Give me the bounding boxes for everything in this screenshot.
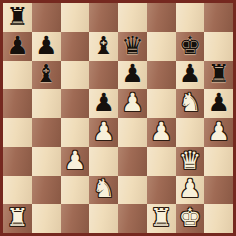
square-d2[interactable]: ♞ bbox=[89, 176, 118, 205]
square-e3[interactable] bbox=[118, 147, 147, 176]
square-c6[interactable] bbox=[61, 61, 90, 90]
square-b8[interactable] bbox=[32, 3, 61, 32]
white-queen[interactable]: ♛ bbox=[179, 148, 201, 173]
black-pawn[interactable]: ♟ bbox=[35, 33, 57, 58]
black-pawn[interactable]: ♟ bbox=[207, 90, 229, 115]
black-bishop[interactable]: ♝ bbox=[92, 33, 114, 58]
square-c3[interactable]: ♟ bbox=[61, 147, 90, 176]
black-bishop[interactable]: ♝ bbox=[35, 61, 57, 86]
chess-board: ♜♟♟♝♛♚♝♟♟♜♟♟♞♟♟♟♟♟♛♞♟♜♜♚ bbox=[3, 3, 233, 233]
square-e6[interactable]: ♟ bbox=[118, 61, 147, 90]
square-e4[interactable] bbox=[118, 118, 147, 147]
square-c7[interactable] bbox=[61, 32, 90, 61]
square-d5[interactable]: ♟ bbox=[89, 89, 118, 118]
square-c1[interactable] bbox=[61, 204, 90, 233]
square-b4[interactable] bbox=[32, 118, 61, 147]
black-pawn[interactable]: ♟ bbox=[179, 61, 201, 86]
square-g8[interactable] bbox=[176, 3, 205, 32]
square-h4[interactable]: ♟ bbox=[204, 118, 233, 147]
square-d7[interactable]: ♝ bbox=[89, 32, 118, 61]
square-g6[interactable]: ♟ bbox=[176, 61, 205, 90]
square-b7[interactable]: ♟ bbox=[32, 32, 61, 61]
square-f1[interactable]: ♜ bbox=[147, 204, 176, 233]
black-rook[interactable]: ♜ bbox=[207, 61, 229, 86]
white-knight[interactable]: ♞ bbox=[92, 176, 114, 201]
white-pawn[interactable]: ♟ bbox=[121, 90, 143, 115]
white-pawn[interactable]: ♟ bbox=[179, 176, 201, 201]
square-a7[interactable]: ♟ bbox=[3, 32, 32, 61]
square-h3[interactable] bbox=[204, 147, 233, 176]
square-e7[interactable]: ♛ bbox=[118, 32, 147, 61]
black-king[interactable]: ♚ bbox=[179, 33, 201, 58]
square-a5[interactable] bbox=[3, 89, 32, 118]
square-c4[interactable] bbox=[61, 118, 90, 147]
square-f4[interactable]: ♟ bbox=[147, 118, 176, 147]
square-h6[interactable]: ♜ bbox=[204, 61, 233, 90]
square-d4[interactable]: ♟ bbox=[89, 118, 118, 147]
white-pawn[interactable]: ♟ bbox=[207, 119, 229, 144]
white-pawn[interactable]: ♟ bbox=[64, 148, 86, 173]
white-pawn[interactable]: ♟ bbox=[92, 119, 114, 144]
square-c2[interactable] bbox=[61, 176, 90, 205]
white-knight[interactable]: ♞ bbox=[179, 90, 201, 115]
square-b2[interactable] bbox=[32, 176, 61, 205]
square-h5[interactable]: ♟ bbox=[204, 89, 233, 118]
white-king[interactable]: ♚ bbox=[179, 205, 201, 230]
square-d3[interactable] bbox=[89, 147, 118, 176]
square-a8[interactable]: ♜ bbox=[3, 3, 32, 32]
square-f6[interactable] bbox=[147, 61, 176, 90]
white-pawn[interactable]: ♟ bbox=[150, 119, 172, 144]
square-b1[interactable] bbox=[32, 204, 61, 233]
black-pawn[interactable]: ♟ bbox=[6, 33, 28, 58]
square-e5[interactable]: ♟ bbox=[118, 89, 147, 118]
square-g3[interactable]: ♛ bbox=[176, 147, 205, 176]
black-pawn[interactable]: ♟ bbox=[92, 90, 114, 115]
square-a4[interactable] bbox=[3, 118, 32, 147]
square-h2[interactable] bbox=[204, 176, 233, 205]
black-rook[interactable]: ♜ bbox=[6, 4, 28, 29]
square-a2[interactable] bbox=[3, 176, 32, 205]
square-e8[interactable] bbox=[118, 3, 147, 32]
square-d1[interactable] bbox=[89, 204, 118, 233]
square-e1[interactable] bbox=[118, 204, 147, 233]
square-g4[interactable] bbox=[176, 118, 205, 147]
square-h1[interactable] bbox=[204, 204, 233, 233]
square-d6[interactable] bbox=[89, 61, 118, 90]
square-f7[interactable] bbox=[147, 32, 176, 61]
white-rook[interactable]: ♜ bbox=[6, 205, 28, 230]
black-pawn[interactable]: ♟ bbox=[121, 61, 143, 86]
square-f8[interactable] bbox=[147, 3, 176, 32]
square-f3[interactable] bbox=[147, 147, 176, 176]
square-f2[interactable] bbox=[147, 176, 176, 205]
square-d8[interactable] bbox=[89, 3, 118, 32]
square-b3[interactable] bbox=[32, 147, 61, 176]
square-a1[interactable]: ♜ bbox=[3, 204, 32, 233]
square-f5[interactable] bbox=[147, 89, 176, 118]
black-queen[interactable]: ♛ bbox=[121, 33, 143, 58]
square-g5[interactable]: ♞ bbox=[176, 89, 205, 118]
square-c8[interactable] bbox=[61, 3, 90, 32]
white-rook[interactable]: ♜ bbox=[150, 205, 172, 230]
square-g7[interactable]: ♚ bbox=[176, 32, 205, 61]
square-e2[interactable] bbox=[118, 176, 147, 205]
square-a3[interactable] bbox=[3, 147, 32, 176]
square-a6[interactable] bbox=[3, 61, 32, 90]
square-b5[interactable] bbox=[32, 89, 61, 118]
square-h8[interactable] bbox=[204, 3, 233, 32]
square-g1[interactable]: ♚ bbox=[176, 204, 205, 233]
square-g2[interactable]: ♟ bbox=[176, 176, 205, 205]
square-b6[interactable]: ♝ bbox=[32, 61, 61, 90]
square-c5[interactable] bbox=[61, 89, 90, 118]
square-h7[interactable] bbox=[204, 32, 233, 61]
chess-board-frame: ♜♟♟♝♛♚♝♟♟♜♟♟♞♟♟♟♟♟♛♞♟♜♜♚ bbox=[0, 0, 236, 236]
